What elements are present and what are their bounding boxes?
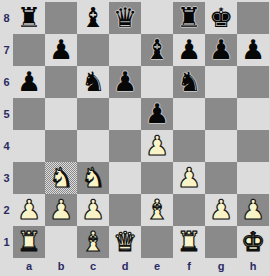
black-king[interactable]: ♚ (205, 2, 237, 34)
square-d5[interactable] (109, 98, 141, 130)
black-queen[interactable]: ♛ (109, 2, 141, 34)
square-a5[interactable] (13, 98, 45, 130)
square-e2[interactable]: ♝ (141, 194, 173, 226)
square-h2[interactable]: ♟ (237, 194, 269, 226)
square-a8[interactable]: ♜ (13, 2, 45, 34)
rank-label-6: 6 (0, 66, 13, 98)
square-a6[interactable]: ♟ (13, 66, 45, 98)
square-a4[interactable] (13, 130, 45, 162)
file-label-a: a (13, 258, 45, 274)
white-king[interactable]: ♚ (237, 226, 269, 258)
square-h4[interactable] (237, 130, 269, 162)
square-e4[interactable]: ♟ (141, 130, 173, 162)
rank-label-2: 2 (0, 194, 13, 226)
white-pawn[interactable]: ♟ (77, 194, 109, 226)
square-a7[interactable] (13, 34, 45, 66)
square-e6[interactable] (141, 66, 173, 98)
file-label-g: g (205, 258, 237, 274)
black-pawn[interactable]: ♟ (205, 34, 237, 66)
black-pawn[interactable]: ♟ (109, 66, 141, 98)
square-b8[interactable] (45, 2, 77, 34)
square-f7[interactable]: ♟ (173, 34, 205, 66)
chess-board: ♜♝♛♜♚♟♝♟♟♟♟♞♟♞♟♟♞♞♟♟♟♟♝♟♟♜♝♛♜♚ (13, 2, 269, 258)
white-pawn[interactable]: ♟ (237, 194, 269, 226)
square-a1[interactable]: ♜ (13, 226, 45, 258)
square-a2[interactable]: ♟ (13, 194, 45, 226)
square-g5[interactable] (205, 98, 237, 130)
white-bishop[interactable]: ♝ (77, 226, 109, 258)
square-h7[interactable]: ♟ (237, 34, 269, 66)
black-rook[interactable]: ♜ (173, 2, 205, 34)
white-knight[interactable]: ♞ (45, 162, 77, 194)
file-labels: abcdefgh (13, 258, 269, 274)
white-bishop[interactable]: ♝ (141, 194, 173, 226)
black-bishop[interactable]: ♝ (77, 2, 109, 34)
black-pawn[interactable]: ♟ (141, 98, 173, 130)
white-rook[interactable]: ♜ (13, 226, 45, 258)
square-b5[interactable] (45, 98, 77, 130)
square-d3[interactable] (109, 162, 141, 194)
square-d4[interactable] (109, 130, 141, 162)
black-knight[interactable]: ♞ (173, 66, 205, 98)
square-g1[interactable] (205, 226, 237, 258)
square-d1[interactable]: ♛ (109, 226, 141, 258)
white-rook[interactable]: ♜ (173, 226, 205, 258)
square-d7[interactable] (109, 34, 141, 66)
square-b2[interactable]: ♟ (45, 194, 77, 226)
rank-label-3: 3 (0, 162, 13, 194)
black-pawn[interactable]: ♟ (45, 34, 77, 66)
square-f3[interactable]: ♟ (173, 162, 205, 194)
file-label-f: f (173, 258, 205, 274)
square-e7[interactable]: ♝ (141, 34, 173, 66)
black-pawn[interactable]: ♟ (173, 34, 205, 66)
white-pawn[interactable]: ♟ (141, 130, 173, 162)
square-f4[interactable] (173, 130, 205, 162)
rank-label-8: 8 (0, 2, 13, 34)
black-rook[interactable]: ♜ (13, 2, 45, 34)
chess-diagram: 87654321 ♜♝♛♜♚♟♝♟♟♟♟♞♟♞♟♟♞♞♟♟♟♟♝♟♟♜♝♛♜♚ … (0, 0, 270, 276)
rank-labels: 87654321 (0, 2, 13, 258)
white-pawn[interactable]: ♟ (205, 194, 237, 226)
square-g7[interactable]: ♟ (205, 34, 237, 66)
square-a3[interactable] (13, 162, 45, 194)
white-knight[interactable]: ♞ (77, 162, 109, 194)
square-h3[interactable] (237, 162, 269, 194)
rank-label-1: 1 (0, 226, 13, 258)
square-c8[interactable]: ♝ (77, 2, 109, 34)
square-c5[interactable] (77, 98, 109, 130)
square-f6[interactable]: ♞ (173, 66, 205, 98)
square-f8[interactable]: ♜ (173, 2, 205, 34)
square-d8[interactable]: ♛ (109, 2, 141, 34)
square-c4[interactable] (77, 130, 109, 162)
white-pawn[interactable]: ♟ (45, 194, 77, 226)
square-h8[interactable] (237, 2, 269, 34)
square-c6[interactable]: ♞ (77, 66, 109, 98)
square-g6[interactable] (205, 66, 237, 98)
square-d2[interactable] (109, 194, 141, 226)
square-g2[interactable]: ♟ (205, 194, 237, 226)
square-g3[interactable] (205, 162, 237, 194)
white-pawn[interactable]: ♟ (13, 194, 45, 226)
square-b1[interactable] (45, 226, 77, 258)
square-b7[interactable]: ♟ (45, 34, 77, 66)
square-c3[interactable]: ♞ (77, 162, 109, 194)
black-pawn[interactable]: ♟ (237, 34, 269, 66)
square-h1[interactable]: ♚ (237, 226, 269, 258)
square-e8[interactable] (141, 2, 173, 34)
white-queen[interactable]: ♛ (109, 226, 141, 258)
square-d6[interactable]: ♟ (109, 66, 141, 98)
black-knight[interactable]: ♞ (77, 66, 109, 98)
square-g8[interactable]: ♚ (205, 2, 237, 34)
file-label-h: h (237, 258, 269, 274)
square-e1[interactable] (141, 226, 173, 258)
square-e3[interactable] (141, 162, 173, 194)
square-h6[interactable] (237, 66, 269, 98)
square-f5[interactable] (173, 98, 205, 130)
square-h5[interactable] (237, 98, 269, 130)
square-c7[interactable] (77, 34, 109, 66)
black-pawn[interactable]: ♟ (13, 66, 45, 98)
file-label-d: d (109, 258, 141, 274)
square-b4[interactable] (45, 130, 77, 162)
square-b3[interactable]: ♞ (45, 162, 77, 194)
square-f1[interactable]: ♜ (173, 226, 205, 258)
white-pawn[interactable]: ♟ (173, 162, 205, 194)
square-f2[interactable] (173, 194, 205, 226)
file-label-b: b (45, 258, 77, 274)
square-b6[interactable] (45, 66, 77, 98)
file-label-e: e (141, 258, 173, 274)
square-e5[interactable]: ♟ (141, 98, 173, 130)
rank-label-4: 4 (0, 130, 13, 162)
square-g4[interactable] (205, 130, 237, 162)
rank-label-5: 5 (0, 98, 13, 130)
file-label-c: c (77, 258, 109, 274)
square-c2[interactable]: ♟ (77, 194, 109, 226)
square-c1[interactable]: ♝ (77, 226, 109, 258)
black-bishop[interactable]: ♝ (141, 34, 173, 66)
rank-label-7: 7 (0, 34, 13, 66)
